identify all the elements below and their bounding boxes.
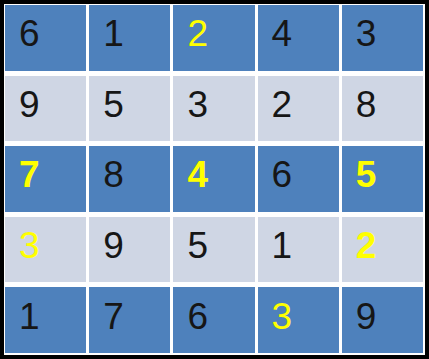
cell-r4c4[interactable]: 1 — [258, 217, 339, 283]
cell-r1c2[interactable]: 1 — [89, 5, 170, 71]
cell-r2c2[interactable]: 5 — [89, 76, 170, 142]
cell-r5c4[interactable]: 3 — [258, 287, 339, 353]
cell-r3c3[interactable]: 4 — [173, 146, 254, 212]
cell-r3c1[interactable]: 7 — [5, 146, 86, 212]
cell-r5c2[interactable]: 7 — [89, 287, 170, 353]
cell-r2c3[interactable]: 3 — [173, 76, 254, 142]
cell-r2c1[interactable]: 9 — [5, 76, 86, 142]
cell-r5c1[interactable]: 1 — [5, 287, 86, 353]
cell-r3c5[interactable]: 5 — [342, 146, 423, 212]
cell-r5c5[interactable]: 9 — [342, 287, 423, 353]
cell-r3c2[interactable]: 8 — [89, 146, 170, 212]
cell-r3c4[interactable]: 6 — [258, 146, 339, 212]
cell-r1c1[interactable]: 6 — [5, 5, 86, 71]
cell-r1c4[interactable]: 4 — [258, 5, 339, 71]
cell-r4c2[interactable]: 9 — [89, 217, 170, 283]
cell-r4c1[interactable]: 3 — [5, 217, 86, 283]
cell-r2c5[interactable]: 8 — [342, 76, 423, 142]
cell-r1c5[interactable]: 3 — [342, 5, 423, 71]
cell-r4c3[interactable]: 5 — [173, 217, 254, 283]
cell-r4c5[interactable]: 2 — [342, 217, 423, 283]
cell-r1c3[interactable]: 2 — [173, 5, 254, 71]
number-grid-board: 6124395328784653951217639 — [0, 0, 429, 359]
cell-r5c3[interactable]: 6 — [173, 287, 254, 353]
cell-r2c4[interactable]: 2 — [258, 76, 339, 142]
